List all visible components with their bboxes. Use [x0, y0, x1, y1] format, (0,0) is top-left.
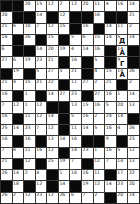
cell[interactable]: 23: [36, 57, 47, 67]
cell[interactable]: 12: [36, 114, 47, 124]
cell-number: 14: [59, 181, 65, 186]
cell-number: 6: [2, 46, 5, 51]
cell-number: 1: [117, 91, 120, 96]
cell[interactable]: 26: [128, 125, 139, 135]
cell-number: 12: [13, 102, 19, 107]
cell-number: 12: [129, 148, 135, 153]
cell-number: 12: [48, 1, 54, 6]
cell-number: 6: [13, 57, 16, 62]
block-cell: [36, 159, 47, 169]
block-cell: [105, 193, 116, 203]
cell[interactable]: 26: [24, 35, 35, 45]
cell-number: 2: [94, 193, 97, 198]
block-cell: [82, 159, 93, 169]
cell-number: 23: [129, 136, 135, 141]
cell-number: 13: [71, 102, 77, 107]
cell[interactable]: 14: [128, 91, 139, 101]
cell[interactable]: 13: [47, 136, 58, 146]
cell[interactable]: 14: [59, 181, 70, 191]
cell[interactable]: 21: [128, 12, 139, 22]
cell[interactable]: 16: [36, 148, 47, 158]
cell[interactable]: 11: [24, 114, 35, 124]
cell[interactable]: 1: [117, 91, 128, 101]
cell[interactable]: 4: [13, 80, 24, 90]
block-cell: [13, 1, 24, 11]
cell-number: 14: [129, 35, 135, 40]
cell[interactable]: 21: [105, 80, 116, 90]
cell[interactable]: 8: [13, 148, 24, 158]
cell-number: 27: [48, 69, 54, 74]
cell-number: 7: [2, 148, 5, 153]
cell[interactable]: 6: [82, 35, 93, 45]
cell[interactable]: 2: [13, 193, 24, 203]
cell[interactable]: 20: [117, 193, 128, 203]
block-cell: [47, 12, 58, 22]
cell[interactable]: 22: [128, 170, 139, 180]
cell[interactable]: 12: [70, 1, 81, 11]
cell-number: 15: [48, 35, 54, 40]
cell-number: 19: [59, 46, 65, 51]
cell[interactable]: 14: [82, 46, 93, 56]
cell-number: 11: [71, 80, 77, 85]
cell[interactable]: 20: [47, 46, 58, 56]
cell[interactable]: 14: [82, 125, 93, 135]
cell-number: 2: [13, 193, 16, 198]
cell[interactable]: 6: [1, 46, 12, 56]
cell[interactable]: 12: [128, 148, 139, 158]
cell[interactable]: 27: [1, 57, 12, 67]
cell[interactable]: 4: [105, 1, 116, 11]
cell[interactable]: 19: [13, 69, 24, 79]
cell[interactable]: 11: [94, 170, 105, 180]
cell[interactable]: 2: [59, 1, 70, 11]
cell[interactable]: 5: [70, 35, 81, 45]
cell-number: 15: [106, 69, 112, 74]
cell-number: 27: [2, 57, 8, 62]
cell-number: 12: [94, 181, 100, 186]
cell[interactable]: 23: [128, 136, 139, 146]
cell[interactable]: 6: [13, 57, 24, 67]
cell[interactable]: 16: [24, 136, 35, 146]
cell[interactable]: 16: [94, 102, 105, 112]
cell[interactable]: 16: [70, 57, 81, 67]
cell[interactable]: 10: [24, 24, 35, 34]
cell[interactable]: 20: [1, 12, 12, 22]
cell-number: 6: [71, 193, 74, 198]
cell-number: 1: [59, 170, 62, 175]
cell[interactable]: 11: [70, 80, 81, 90]
cell[interactable]: 7: [82, 193, 93, 203]
cell[interactable]: 21: [1, 159, 12, 169]
cell[interactable]: 14: [59, 136, 70, 146]
cell-number: 14: [36, 46, 42, 51]
cell-number: 19: [83, 181, 89, 186]
cell[interactable]: 16: [1, 35, 12, 45]
block-cell: [82, 12, 93, 22]
block-cell: [13, 12, 24, 22]
block-cell: [1, 181, 12, 191]
cell[interactable]: 2: [94, 193, 105, 203]
cell[interactable]: 21: [70, 69, 81, 79]
cell[interactable]: 14: [36, 12, 47, 22]
block-cell: [24, 181, 35, 191]
cell-number: 21: [106, 80, 112, 85]
cell[interactable]: 26: [1, 193, 12, 203]
cell-number: 16: [2, 91, 8, 96]
cell-number: 14: [117, 114, 123, 119]
cell-number: 26: [25, 35, 31, 40]
cell[interactable]: 4: [94, 69, 105, 79]
cell[interactable]: 26: [1, 170, 12, 180]
cell[interactable]: 15: [36, 1, 47, 11]
cell-number: 20: [117, 102, 123, 107]
cell[interactable]: 11: [24, 148, 35, 158]
block-cell: [1, 69, 12, 79]
cell-number: 9: [106, 136, 109, 141]
cell[interactable]: 27: [59, 91, 70, 101]
cell[interactable]: 16: [94, 12, 105, 22]
cell-number: 2: [25, 170, 28, 175]
cell-number: 4: [106, 1, 109, 6]
cell[interactable]: 16: [82, 170, 93, 180]
cell[interactable]: 13: [128, 159, 139, 169]
letter-cell[interactable]: 9Г: [117, 57, 128, 67]
cell[interactable]: 12: [47, 148, 58, 158]
cell-number: 27: [83, 80, 89, 85]
cell[interactable]: 27: [47, 69, 58, 79]
cell-number: 20: [48, 46, 54, 51]
cell[interactable]: 5: [94, 57, 105, 67]
cell[interactable]: 15: [105, 69, 116, 79]
cell[interactable]: 15: [94, 35, 105, 45]
block-cell: [82, 69, 93, 79]
cell-number: 7: [71, 159, 74, 164]
cell[interactable]: 12: [47, 1, 58, 11]
cell[interactable]: 14: [36, 46, 47, 56]
cell-number: 12: [36, 102, 42, 107]
cell-number: 17: [117, 170, 123, 175]
crossword-grid: 2015122122011416142014121621216107121516…: [0, 0, 140, 204]
cell-number: 12: [59, 12, 65, 17]
cell[interactable]: 5: [105, 102, 116, 112]
cell-number: 14: [106, 24, 112, 29]
cell[interactable]: 17: [117, 170, 128, 180]
cell[interactable]: 16: [82, 114, 93, 124]
cell-number: 23: [36, 193, 42, 198]
cell-number: 16: [71, 57, 77, 62]
given-letter: А: [117, 72, 128, 79]
letter-cell[interactable]: 14А: [117, 69, 128, 79]
cell[interactable]: 14: [70, 148, 81, 158]
cell-number: 16: [71, 170, 77, 175]
block-cell: [24, 46, 35, 56]
cell[interactable]: 14: [47, 91, 58, 101]
block-cell: [117, 80, 128, 90]
cell[interactable]: 26: [59, 193, 70, 203]
cell-number: 13: [129, 102, 135, 107]
cell[interactable]: 1: [59, 170, 70, 180]
cell[interactable]: 5: [94, 125, 105, 135]
cell-number: 12: [36, 114, 42, 119]
cell[interactable]: 16: [1, 136, 12, 146]
cell[interactable]: 21: [1, 80, 12, 90]
cell[interactable]: 5: [117, 148, 128, 158]
cell[interactable]: 15: [24, 80, 35, 90]
cell-number: 12: [25, 159, 31, 164]
cell-number: 20: [25, 1, 31, 6]
cell[interactable]: 23: [24, 125, 35, 135]
cell[interactable]: 12: [94, 159, 105, 169]
cell-number: 10: [25, 24, 31, 29]
cell[interactable]: 26: [128, 69, 139, 79]
cell-number: 26: [59, 193, 65, 198]
cell[interactable]: 11: [117, 24, 128, 34]
block-cell: [24, 12, 35, 22]
cell-number: 7: [36, 125, 39, 130]
cell[interactable]: 16: [70, 136, 81, 146]
cell[interactable]: 7: [36, 24, 47, 34]
cell-number: 16: [83, 170, 89, 175]
cell-number: 12: [48, 24, 54, 29]
cell[interactable]: 20: [82, 1, 93, 11]
cell[interactable]: 23: [70, 91, 81, 101]
cell-number: 21: [36, 80, 42, 85]
block-cell: [128, 114, 139, 124]
cell[interactable]: 13: [128, 102, 139, 112]
block-cell: [82, 136, 93, 146]
cell[interactable]: 12: [94, 181, 105, 191]
cell-number: 2: [129, 80, 132, 85]
cell[interactable]: 24: [105, 114, 116, 124]
cell[interactable]: 14: [117, 114, 128, 124]
given-letter: А: [117, 49, 128, 56]
cell-number: 16: [2, 114, 8, 119]
cell-number: 12: [25, 193, 31, 198]
cell[interactable]: 7: [1, 148, 12, 158]
cell[interactable]: 2: [94, 114, 105, 124]
cell[interactable]: 4: [70, 46, 81, 56]
cell-number: 5: [71, 114, 74, 119]
cell[interactable]: 2: [128, 80, 139, 90]
cell[interactable]: 23: [36, 193, 47, 203]
block-cell: [117, 12, 128, 22]
cell-number: 11: [117, 24, 123, 29]
cell[interactable]: 12: [24, 159, 35, 169]
cell-number: 16: [106, 91, 112, 96]
cell-number: 23: [71, 91, 77, 96]
cell[interactable]: 25: [47, 159, 58, 169]
cell[interactable]: 16: [70, 170, 81, 180]
cell[interactable]: 14: [128, 35, 139, 45]
cell[interactable]: 21: [47, 57, 58, 67]
cell-number: 26: [2, 170, 8, 175]
cell[interactable]: 16: [105, 91, 116, 101]
block-cell: [36, 91, 47, 101]
cell-number: 26: [2, 193, 8, 198]
cell-number: 5: [117, 148, 120, 153]
cell[interactable]: 14: [105, 35, 116, 45]
block-cell: [94, 136, 105, 146]
cell[interactable]: 4: [36, 170, 47, 180]
cell[interactable]: 22: [47, 80, 58, 90]
cell-number: 14: [106, 181, 112, 186]
cell[interactable]: 14: [117, 159, 128, 169]
block-cell: [82, 91, 93, 101]
cell-number: 2: [94, 80, 97, 85]
cell-number: 21: [2, 159, 8, 164]
letter-cell[interactable]: 14А: [117, 46, 128, 56]
cell-number: 13: [129, 159, 135, 164]
cell-number: 6: [13, 24, 16, 29]
block-cell: [70, 12, 81, 22]
cell-number: 2: [59, 1, 62, 6]
cell-number: 16: [71, 136, 77, 141]
cell-number: 15: [59, 24, 65, 29]
cell[interactable]: 14: [47, 114, 58, 124]
cell[interactable]: 15: [47, 35, 58, 45]
cell[interactable]: 1: [24, 102, 35, 112]
cell[interactable]: 19: [24, 57, 35, 67]
cell[interactable]: 27: [94, 91, 105, 101]
cell[interactable]: 16: [117, 1, 128, 11]
cell[interactable]: 16: [105, 148, 116, 158]
cell[interactable]: 19: [59, 159, 70, 169]
cell[interactable]: 23: [117, 181, 128, 191]
cell[interactable]: 14: [128, 1, 139, 11]
cell-number: 5: [106, 102, 109, 107]
cell[interactable]: 4: [117, 125, 128, 135]
block-cell: [13, 159, 24, 169]
cell[interactable]: 18: [13, 181, 24, 191]
cell-number: 16: [106, 148, 112, 153]
cell[interactable]: 12: [36, 181, 47, 191]
block-cell: [13, 136, 24, 146]
cell[interactable]: 14: [105, 24, 116, 34]
cell[interactable]: 13: [70, 102, 81, 112]
cell[interactable]: 12: [59, 12, 70, 22]
cell[interactable]: 16: [1, 91, 12, 101]
cell[interactable]: 12: [47, 125, 58, 135]
cell[interactable]: 7: [36, 125, 47, 135]
block-cell: [47, 102, 58, 112]
cell-number: 21: [2, 24, 8, 29]
cell[interactable]: 2: [128, 24, 139, 34]
cell-number: 21: [129, 12, 135, 17]
cell[interactable]: 16: [82, 24, 93, 34]
cell[interactable]: 21: [1, 24, 12, 34]
cell[interactable]: 21: [36, 80, 47, 90]
cell[interactable]: 19: [82, 181, 93, 191]
cell[interactable]: 11: [70, 125, 81, 135]
cell[interactable]: 2: [24, 170, 35, 180]
cell-number: 16: [36, 148, 42, 153]
cell[interactable]: 14: [13, 170, 24, 180]
cell[interactable]: 15: [82, 102, 93, 112]
cell-number: 12: [36, 181, 42, 186]
cell-number: 23: [117, 181, 123, 186]
cell[interactable]: 1: [24, 91, 35, 101]
cell-number: 15: [83, 102, 89, 107]
cell-number: 14: [129, 193, 135, 198]
cell[interactable]: 20: [117, 102, 128, 112]
block-cell: [36, 136, 47, 146]
cell[interactable]: 7: [70, 159, 81, 169]
cell-number: 16: [94, 102, 100, 107]
block-cell: [1, 1, 12, 11]
cell[interactable]: 23: [82, 148, 93, 158]
block-cell: [59, 35, 70, 45]
cell-number: 26: [129, 125, 135, 130]
cell-number: 16: [25, 136, 31, 141]
cell-number: 20: [83, 1, 89, 6]
cell[interactable]: 6: [70, 193, 81, 203]
cell-number: 7: [106, 159, 109, 164]
cell-number: 14: [71, 148, 77, 153]
cell[interactable]: 12: [13, 102, 24, 112]
cell-number: 27: [94, 91, 100, 96]
cell[interactable]: 12: [47, 24, 58, 34]
block-cell: [13, 35, 24, 45]
cell[interactable]: 7: [105, 159, 116, 169]
cell[interactable]: 6: [13, 24, 24, 34]
cell-number: 20: [129, 181, 135, 186]
cell[interactable]: 14: [105, 181, 116, 191]
cell-number: 21: [48, 57, 54, 62]
cell-number: 4: [94, 69, 97, 74]
cell-number: 24: [106, 114, 112, 119]
block-cell: [24, 69, 35, 79]
cell-number: 2: [94, 114, 97, 119]
cell[interactable]: 25: [1, 125, 12, 135]
cell-number: 22: [48, 80, 54, 85]
cell-number: 19: [13, 69, 19, 74]
cell-number: 11: [71, 125, 77, 130]
cell[interactable]: 16: [105, 125, 116, 135]
cell[interactable]: 16: [94, 46, 105, 56]
cell[interactable]: 12: [24, 193, 35, 203]
cell[interactable]: 14: [128, 193, 139, 203]
cell[interactable]: 7: [1, 102, 12, 112]
cell[interactable]: 14: [13, 125, 24, 135]
cell[interactable]: 27: [82, 80, 93, 90]
cell[interactable]: 12: [47, 193, 58, 203]
cell-number: 8: [13, 148, 16, 153]
cell[interactable]: 9: [105, 136, 116, 146]
cell-number: 5: [36, 69, 39, 74]
cell[interactable]: 2: [94, 80, 105, 90]
cell[interactable]: 5: [36, 69, 47, 79]
letter-cell[interactable]: 5Д: [117, 35, 128, 45]
block-cell: [59, 102, 70, 112]
cell-number: 26: [129, 69, 135, 74]
cell-number: 14: [129, 91, 135, 96]
cell-number: 20: [117, 193, 123, 198]
cell[interactable]: 1: [94, 148, 105, 158]
cell[interactable]: 5: [59, 69, 70, 79]
cell[interactable]: 12: [36, 102, 47, 112]
cell[interactable]: 11: [94, 1, 105, 11]
block-cell: [13, 114, 24, 124]
cell-number: 21: [71, 69, 77, 74]
cell[interactable]: 19: [59, 46, 70, 56]
cell[interactable]: 20: [128, 181, 139, 191]
cell[interactable]: 5: [70, 114, 81, 124]
cell-number: 4: [71, 46, 74, 51]
cell[interactable]: 20: [24, 1, 35, 11]
cell[interactable]: 16: [1, 114, 12, 124]
cell[interactable]: 15: [59, 24, 70, 34]
cell-number: 12: [48, 148, 54, 153]
